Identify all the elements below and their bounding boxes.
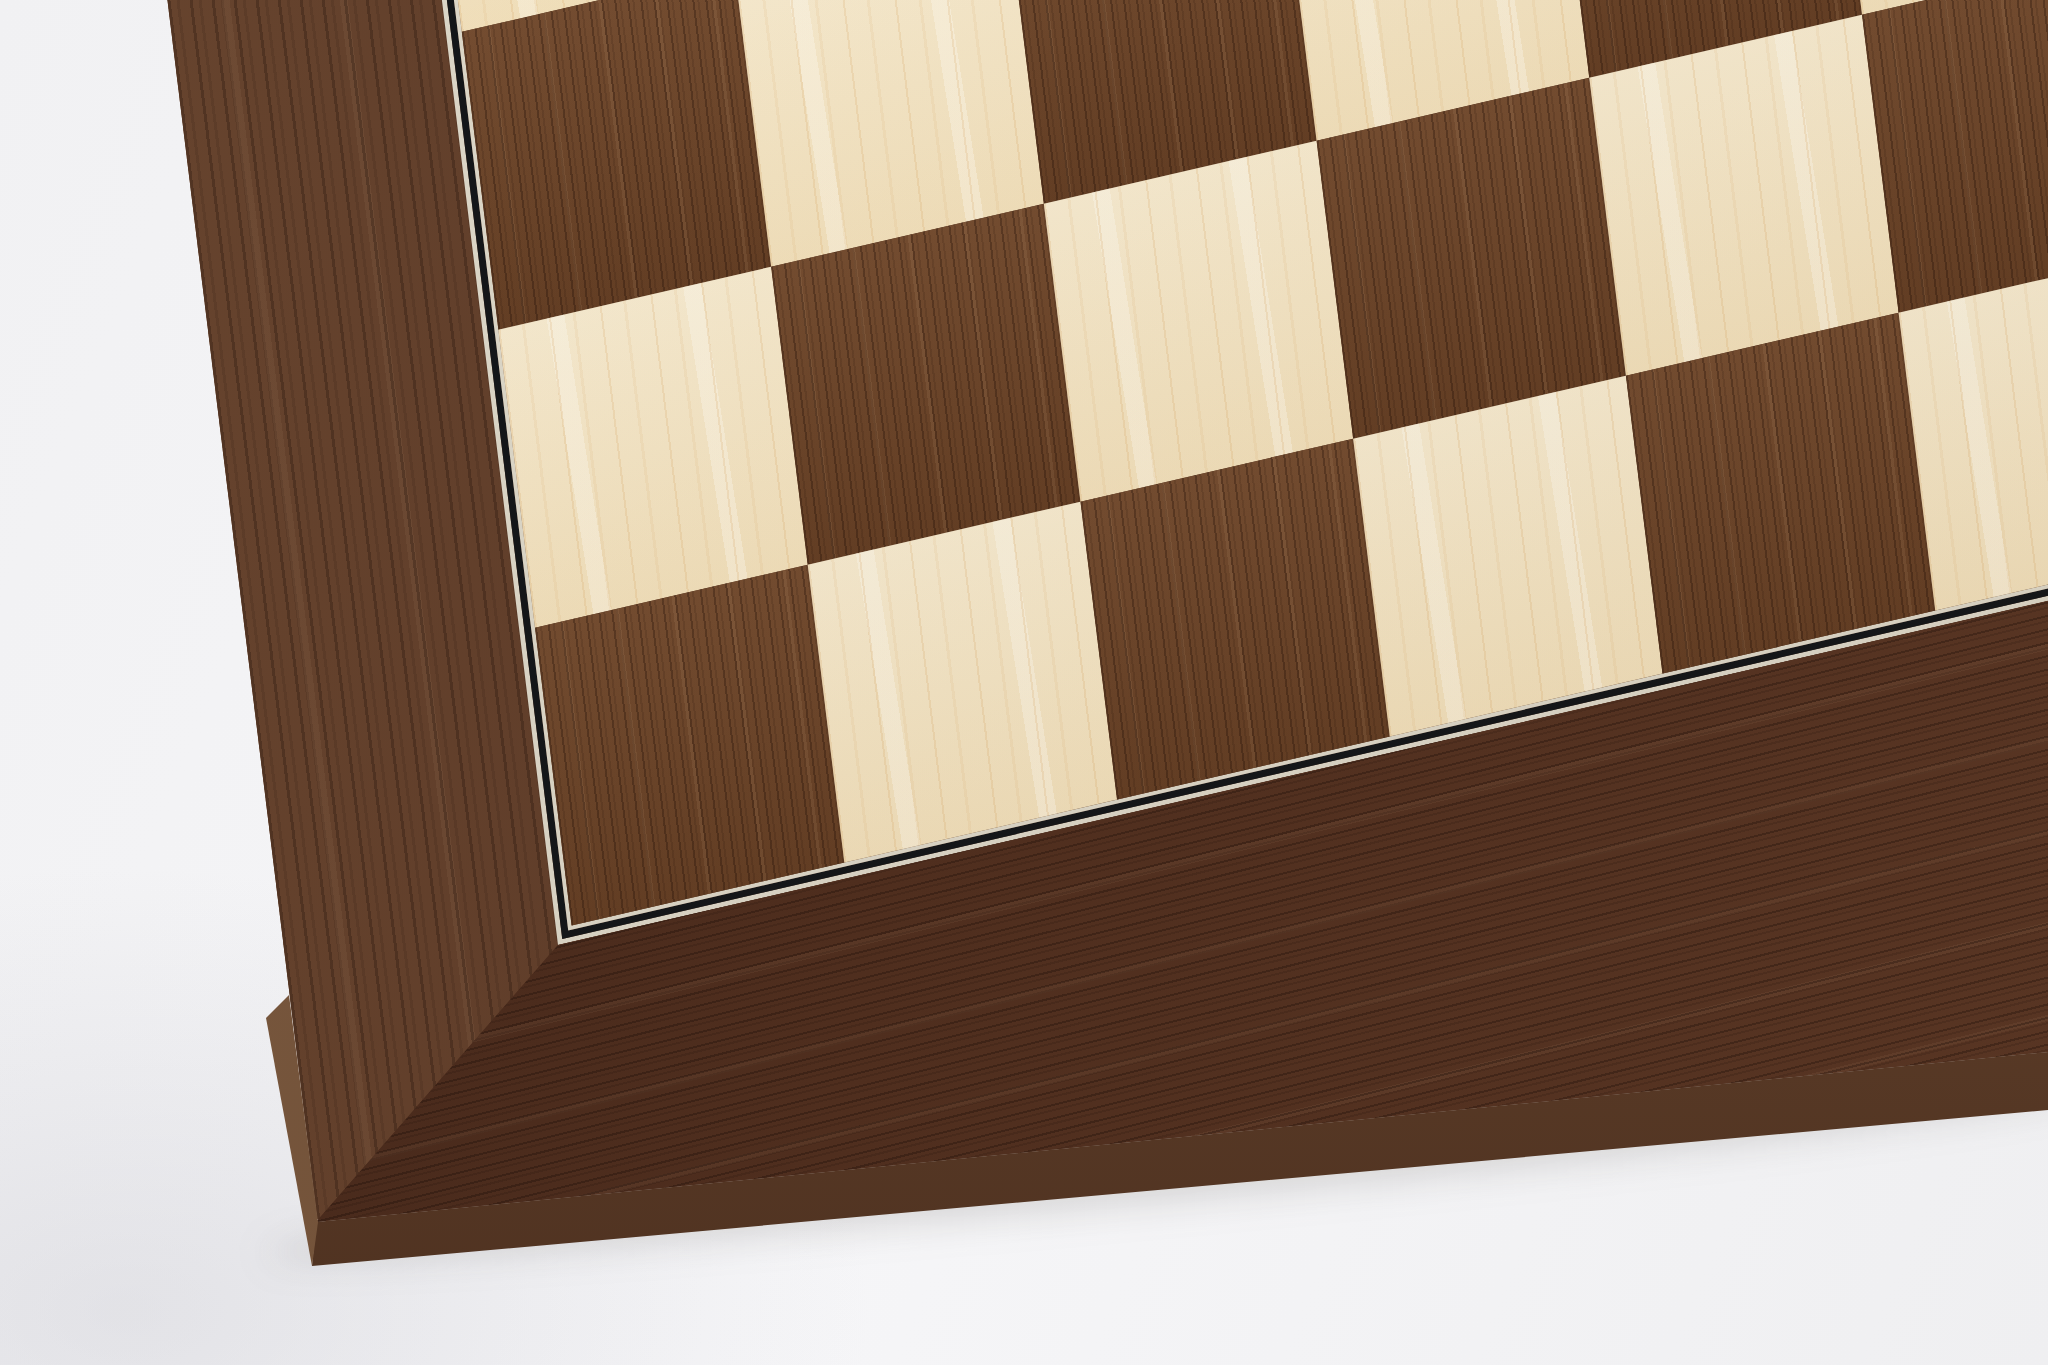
square-a1 bbox=[535, 565, 844, 926]
square-c2 bbox=[1044, 141, 1353, 502]
square-d2 bbox=[1317, 78, 1626, 439]
photo-scene bbox=[0, 0, 2048, 1365]
square-e1 bbox=[1626, 313, 1935, 674]
square-c1 bbox=[1080, 439, 1389, 800]
square-b1 bbox=[808, 502, 1117, 863]
square-d1 bbox=[1353, 376, 1662, 737]
square-e2 bbox=[1589, 15, 1898, 376]
square-b2 bbox=[771, 204, 1080, 565]
square-a2 bbox=[498, 267, 807, 628]
